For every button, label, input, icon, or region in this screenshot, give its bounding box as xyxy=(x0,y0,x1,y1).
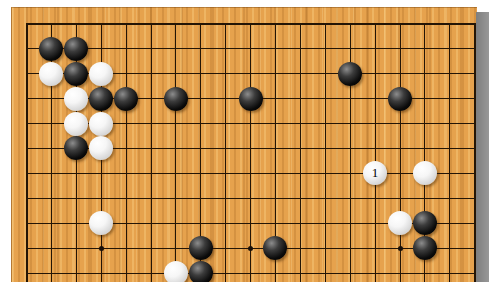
stone-white[interactable] xyxy=(388,211,412,235)
stone-black[interactable] xyxy=(189,261,213,282)
move-number-label: 1 xyxy=(363,161,387,185)
stone-white[interactable] xyxy=(89,62,113,86)
stone-white[interactable] xyxy=(64,112,88,136)
stone-white[interactable] xyxy=(39,62,63,86)
stone-black[interactable] xyxy=(64,37,88,61)
stone-black[interactable] xyxy=(239,87,263,111)
stone-black[interactable] xyxy=(39,37,63,61)
stone-black[interactable] xyxy=(413,236,437,260)
stone-white-numbered[interactable]: 1 xyxy=(363,161,387,185)
stone-black[interactable] xyxy=(388,87,412,111)
stone-white[interactable] xyxy=(89,136,113,160)
stone-black[interactable] xyxy=(64,62,88,86)
stone-black[interactable] xyxy=(64,136,88,160)
stone-black[interactable] xyxy=(164,87,188,111)
stone-white[interactable] xyxy=(89,112,113,136)
stone-white[interactable] xyxy=(64,87,88,111)
go-board[interactable]: 1 xyxy=(14,12,487,282)
stone-white[interactable] xyxy=(164,261,188,282)
go-diagram: 1 xyxy=(0,0,500,282)
stone-black[interactable] xyxy=(413,211,437,235)
stone-black[interactable] xyxy=(89,87,113,111)
stone-black[interactable] xyxy=(114,87,138,111)
stone-white[interactable] xyxy=(89,211,113,235)
stone-white[interactable] xyxy=(413,161,437,185)
stone-black[interactable] xyxy=(263,236,287,260)
stone-black[interactable] xyxy=(338,62,362,86)
stone-black[interactable] xyxy=(189,236,213,260)
